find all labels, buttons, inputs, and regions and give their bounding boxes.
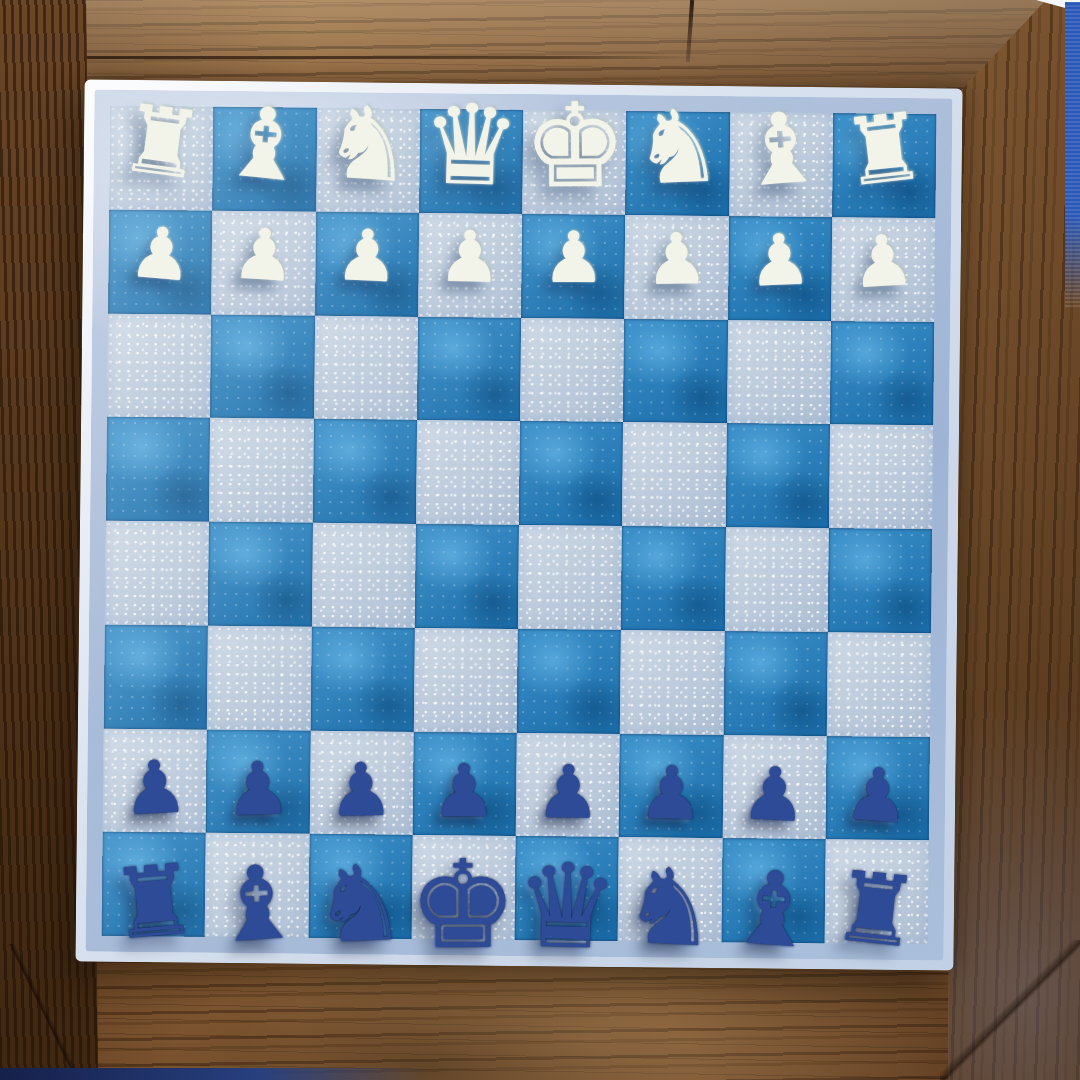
square-e3 [517,629,621,734]
square-g1: ♝ [721,838,825,943]
square-c3 [310,627,414,732]
square-f6 [623,319,727,424]
chess-board: ♜♝♞♛♚♞♝♜♟♟♟♟♟♟♟♟♟♟♟♟♟♟♟♟♜♝♞♚♛♞♝♜ [75,79,962,970]
square-f1: ♞ [618,837,722,942]
blue-pawn-b2: ♟ [224,752,292,827]
square-c1: ♞ [308,834,412,939]
blue-bishop-b1: ♝ [208,850,305,957]
square-e4 [518,525,622,630]
square-d8: ♛ [419,109,523,214]
blue-pawn-d2: ♟ [432,755,498,828]
square-a1: ♜ [102,832,206,937]
square-g6 [727,320,831,425]
clear-knight-f8: ♞ [631,96,725,200]
blue-pawn-g2: ♟ [740,757,809,834]
square-c2: ♟ [309,730,413,835]
square-e6 [520,318,624,423]
square-h3 [827,632,931,737]
square-c6 [314,315,418,420]
square-e5 [519,421,623,526]
clear-rook-a8: ♜ [114,91,208,194]
square-d2: ♟ [412,731,516,836]
square-h4 [828,528,932,633]
clear-queen-d8: ♛ [420,89,522,203]
square-e2: ♟ [516,732,620,837]
clear-pawn-d7: ♟ [438,221,503,293]
blue-king-d1: ♚ [409,845,518,967]
blue-pawn-a2: ♟ [120,750,189,826]
square-d7: ♟ [418,213,522,318]
clear-pawn-a7: ♟ [126,216,195,292]
blue-rook-a1: ♜ [106,850,201,954]
clear-pawn-e7: ♟ [542,223,605,294]
square-e7: ♟ [521,214,625,319]
mitre-joint-bottom-right [940,940,1080,1080]
square-a5 [106,417,210,522]
navy-background-sliver [0,1068,430,1080]
blue-pawn-e2: ♟ [534,756,601,830]
square-c4 [311,523,415,628]
plank-seam [0,56,700,59]
square-b6 [210,314,314,419]
square-a2: ♟ [103,728,207,833]
square-d4 [415,524,519,629]
blue-queen-e1: ♛ [513,847,620,965]
blue-bishop-g1: ♝ [723,854,822,963]
square-f4 [621,526,725,631]
square-b5 [209,418,313,523]
clear-pawn-b7: ♟ [230,218,298,293]
clear-bishop-b8: ♝ [217,90,314,196]
clear-knight-c8: ♞ [320,91,416,197]
square-g7: ♟ [728,216,832,321]
clear-pawn-c7: ♟ [334,219,400,292]
square-a6 [107,313,211,418]
clear-bishop-g8: ♝ [734,97,829,201]
blue-rook-h1: ♜ [828,857,925,962]
square-g4 [724,527,828,632]
board-grid: ♜♝♞♛♚♞♝♜♟♟♟♟♟♟♟♟♟♟♟♟♟♟♟♟♜♝♞♚♛♞♝♜ [102,106,937,945]
square-g2: ♟ [722,735,826,840]
square-d1: ♚ [411,835,515,940]
blue-pawn-c2: ♟ [328,754,395,828]
square-b7: ♟ [211,211,315,316]
square-e1: ♛ [515,836,619,941]
square-g3 [723,631,827,736]
square-f8: ♞ [626,111,730,216]
square-c5 [313,419,417,524]
square-a3 [104,624,208,729]
square-c7: ♟ [315,212,419,317]
square-f7: ♟ [624,215,728,320]
square-f5 [622,422,726,527]
square-b1: ♝ [205,833,309,938]
square-b4 [208,522,312,627]
square-d5 [416,420,520,525]
square-h7: ♟ [831,217,935,322]
square-d3 [414,628,518,733]
clear-king-e8: ♚ [522,88,627,205]
blue-knight-c1: ♞ [312,851,409,959]
square-h8: ♜ [832,113,936,218]
square-h1: ♜ [824,839,928,944]
blue-pawn-h2: ♟ [842,757,913,835]
square-b2: ♟ [206,729,310,834]
square-d6 [417,316,521,421]
blue-background-sliver [1065,2,1080,307]
square-h5 [829,424,933,529]
square-b3 [207,626,311,731]
clear-pawn-f7: ♟ [644,223,709,295]
clear-rook-h8: ♜ [838,99,931,200]
square-g5 [725,423,829,528]
square-e8: ♚ [522,110,626,215]
square-b8: ♝ [213,107,317,212]
blue-knight-f1: ♞ [620,853,719,963]
clear-pawn-g7: ♟ [747,224,813,297]
square-a7: ♟ [108,209,212,314]
square-h2: ♟ [825,736,929,841]
mitre-joint-bottom-left [0,944,90,1080]
square-f2: ♟ [619,734,723,839]
square-f3 [620,630,724,735]
square-a8: ♜ [109,106,213,211]
square-c8: ♞ [316,108,420,213]
square-h6 [830,321,934,426]
clear-pawn-h7: ♟ [849,224,917,299]
square-g8: ♝ [729,112,833,217]
square-a4 [105,521,209,626]
blue-pawn-f2: ♟ [637,756,705,832]
